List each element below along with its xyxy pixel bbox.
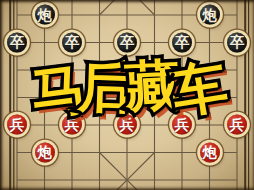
- black-soldier-piece[interactable]: 卒: [7, 32, 27, 52]
- red-soldier-piece[interactable]: 兵: [172, 115, 192, 135]
- red-cannon-piece[interactable]: 炮: [35, 142, 55, 162]
- piece-glyph: 兵: [230, 117, 245, 132]
- piece-glyph: 卒: [10, 35, 25, 50]
- red-soldier-piece[interactable]: 兵: [7, 115, 27, 135]
- piece-glyph: 兵: [120, 117, 135, 132]
- black-soldier-piece[interactable]: 卒: [117, 32, 137, 52]
- black-soldier-piece[interactable]: 卒: [172, 32, 192, 52]
- piece-glyph: 卒: [175, 35, 190, 50]
- black-cannon-piece[interactable]: 炮: [200, 5, 220, 25]
- piece-glyph: 兵: [10, 117, 25, 132]
- piece-glyph: 卒: [65, 35, 80, 50]
- piece-glyph: 炮: [202, 7, 217, 22]
- piece-glyph: 炮: [37, 145, 52, 160]
- black-cannon-piece[interactable]: 炮: [35, 5, 55, 25]
- piece-glyph: 兵: [65, 117, 80, 132]
- piece-glyph: 炮: [37, 7, 52, 22]
- piece-glyph: 炮: [202, 145, 217, 160]
- red-soldier-piece[interactable]: 兵: [117, 115, 137, 135]
- piece-glyph: 兵: [175, 117, 190, 132]
- red-soldier-piece[interactable]: 兵: [62, 115, 82, 135]
- grid-lines: [17, 0, 237, 190]
- xiangqi-board-screenshot: 炮炮卒卒卒卒卒兵兵兵兵兵炮炮 马后藏车: [0, 0, 254, 190]
- piece-glyph: 卒: [120, 35, 135, 50]
- black-soldier-piece[interactable]: 卒: [62, 32, 82, 52]
- piece-glyph: 卒: [230, 35, 245, 50]
- red-soldier-piece[interactable]: 兵: [227, 115, 247, 135]
- board-grid: [0, 0, 254, 190]
- red-cannon-piece[interactable]: 炮: [200, 142, 220, 162]
- black-soldier-piece[interactable]: 卒: [227, 32, 247, 52]
